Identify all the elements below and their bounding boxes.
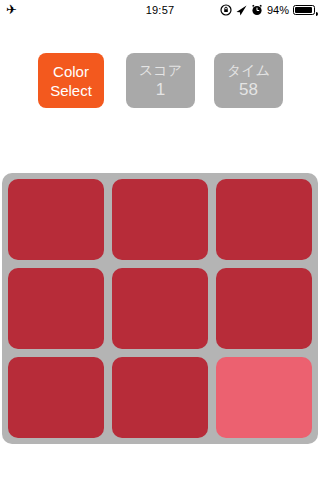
- game-board: [2, 173, 318, 444]
- tile-r2c2[interactable]: [112, 268, 208, 349]
- app-screen: ✈ 19:57 94%: [0, 0, 320, 480]
- color-select-label-line2: Select: [50, 81, 92, 100]
- time-label: タイム: [227, 61, 270, 79]
- orientation-lock-icon: [220, 4, 232, 16]
- tile-r2c3[interactable]: [216, 268, 312, 349]
- score-label: スコア: [139, 61, 182, 79]
- location-arrow-icon: [236, 5, 247, 16]
- tile-r1c1[interactable]: [8, 179, 104, 260]
- color-select-label-line1: Color: [53, 62, 89, 81]
- battery-icon: [293, 5, 315, 15]
- status-bar: ✈ 19:57 94%: [0, 0, 320, 20]
- color-select-button[interactable]: Color Select: [38, 53, 104, 108]
- score-value: 1: [156, 79, 165, 101]
- tile-r1c2[interactable]: [112, 179, 208, 260]
- tile-r2c1[interactable]: [8, 268, 104, 349]
- time-panel: タイム 58: [214, 53, 283, 108]
- time-value: 58: [239, 79, 258, 101]
- tile-r3c1[interactable]: [8, 357, 104, 438]
- tile-r3c2[interactable]: [112, 357, 208, 438]
- tile-r3c3-odd-one-out[interactable]: [216, 357, 312, 438]
- tile-r1c3[interactable]: [216, 179, 312, 260]
- battery-percent-label: 94%: [267, 4, 289, 16]
- score-panel: スコア 1: [126, 53, 195, 108]
- alarm-clock-icon: [251, 4, 263, 16]
